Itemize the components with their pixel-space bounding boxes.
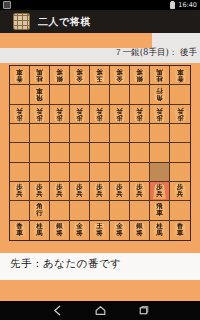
shogi-piece[interactable]: 桂馬 [152,222,167,238]
shogi-board[interactable]: 香車桂馬銀将金将玉将金将銀将桂馬香車飛車角行歩兵歩兵歩兵歩兵歩兵歩兵歩兵歩兵歩兵… [9,65,191,241]
board-square[interactable] [170,124,190,143]
notification-icon [3,1,11,9]
piece-label: 香車 [16,223,23,238]
board-square[interactable]: 歩兵 [170,182,190,201]
shogi-piece[interactable]: 歩兵 [92,106,107,122]
piece-label: 歩兵 [76,184,83,199]
shogi-piece[interactable]: 銀将 [132,67,147,83]
piece-label: 歩兵 [136,184,143,199]
board-square[interactable] [90,143,110,162]
board-square[interactable] [10,163,30,182]
board-square[interactable] [170,143,190,162]
shogi-piece[interactable]: 玉将 [92,67,107,83]
board-square[interactable]: 歩兵 [130,105,150,124]
board-square[interactable] [130,85,150,104]
board-square[interactable]: 金将 [70,66,90,85]
shogi-piece[interactable]: 歩兵 [112,106,127,122]
piece-label: 角行 [156,87,163,102]
board-square[interactable] [130,163,150,182]
piece-label: 歩兵 [16,184,23,199]
board-square[interactable]: 桂馬 [30,221,50,240]
recents-icon[interactable] [137,304,150,317]
piece-label: 歩兵 [116,184,123,199]
board-square[interactable] [150,124,170,143]
board-square[interactable]: 歩兵 [30,182,50,201]
board-square[interactable]: 飛車 [150,201,170,220]
board-square[interactable]: 歩兵 [90,105,110,124]
piece-label: 飛車 [36,87,43,102]
board-square[interactable] [150,163,170,182]
shogi-piece[interactable]: 歩兵 [12,183,27,199]
board-square[interactable]: 歩兵 [30,105,50,124]
piece-label: 玉将 [96,68,103,83]
shogi-piece[interactable]: 香車 [173,67,188,83]
board-square[interactable]: 玉将 [90,66,110,85]
board-square[interactable] [90,85,110,104]
shogi-piece[interactable]: 銀将 [52,67,67,83]
board-square[interactable]: 飛車 [30,85,50,104]
board-square[interactable] [50,143,70,162]
status-bar: 16:40 [0,0,200,10]
turn-status-text: 先手：あなたの番です [10,257,121,271]
board-square[interactable]: 桂馬 [150,221,170,240]
piece-label: 香車 [177,68,184,83]
board-square[interactable] [130,143,150,162]
home-icon[interactable] [94,304,107,317]
shogi-piece[interactable]: 歩兵 [152,183,167,199]
board-square[interactable] [10,124,30,143]
board-square[interactable]: 香車 [170,221,190,240]
board-square[interactable]: 歩兵 [50,105,70,124]
board-square[interactable]: 銀将 [130,221,150,240]
board-square[interactable] [70,85,90,104]
shogi-piece[interactable]: 歩兵 [92,183,107,199]
board-square[interactable] [170,85,190,104]
board-square[interactable] [50,201,70,220]
board-square[interactable]: 歩兵 [70,182,90,201]
board-square[interactable] [70,143,90,162]
board-square[interactable]: 香車 [170,66,190,85]
board-square[interactable] [10,201,30,220]
piece-label: 歩兵 [116,107,123,122]
navigation-bar [0,301,200,320]
board-square[interactable]: 角行 [150,85,170,104]
piece-label: 桂馬 [36,223,43,238]
shogi-piece[interactable]: 銀将 [52,222,67,238]
board-square[interactable]: 歩兵 [130,182,150,201]
board-square[interactable] [170,163,190,182]
board-square[interactable]: 歩兵 [70,105,90,124]
board-square[interactable] [10,85,30,104]
board-square[interactable]: 金将 [70,221,90,240]
shogi-piece[interactable]: 金将 [72,222,87,238]
piece-label: 桂馬 [36,68,43,83]
piece-label: 歩兵 [36,184,43,199]
board-square[interactable] [110,201,130,220]
piece-label: 歩兵 [156,107,163,122]
board-square[interactable]: 歩兵 [50,182,70,201]
piece-label: 王将 [96,223,103,238]
board-square[interactable]: 桂馬 [30,66,50,85]
app-icon [13,13,30,30]
shogi-piece[interactable]: 歩兵 [132,183,147,199]
board-square[interactable] [90,163,110,182]
shogi-piece[interactable]: 歩兵 [173,106,188,122]
board-square[interactable] [130,124,150,143]
app-title: 二人で将棋 [38,15,91,29]
board-square[interactable] [170,201,190,220]
board-square[interactable] [70,124,90,143]
back-icon[interactable] [51,304,64,317]
piece-label: 桂馬 [156,223,163,238]
banner-placeholder [0,33,152,48]
shogi-piece[interactable]: 桂馬 [152,67,167,83]
piece-label: 歩兵 [76,107,83,122]
board-square[interactable] [30,143,50,162]
piece-label: 銀将 [136,68,143,83]
shogi-piece[interactable]: 歩兵 [52,183,67,199]
piece-label: 歩兵 [56,184,63,199]
board-square[interactable]: 歩兵 [90,182,110,201]
board-square[interactable]: 香車 [10,221,30,240]
shogi-piece[interactable]: 桂馬 [32,222,47,238]
board-square[interactable] [30,124,50,143]
board-square[interactable]: 歩兵 [10,105,30,124]
piece-label: 銀将 [56,223,63,238]
piece-label: 歩兵 [16,107,23,122]
board-square[interactable]: 歩兵 [110,182,130,201]
piece-label: 桂馬 [156,68,163,83]
piece-label: 銀将 [136,223,143,238]
shogi-piece[interactable]: 飛車 [152,202,167,218]
board-square[interactable]: 銀将 [50,66,70,85]
board-square[interactable] [10,143,30,162]
shogi-piece[interactable]: 歩兵 [72,183,87,199]
clock: 16:40 [178,0,197,10]
board-panel: 香車桂馬銀将金将玉将金将銀将桂馬香車飛車角行歩兵歩兵歩兵歩兵歩兵歩兵歩兵歩兵歩兵… [0,63,200,253]
shogi-piece[interactable]: 香車 [12,222,27,238]
board-square[interactable] [70,163,90,182]
last-move-text: ７一銀(8手目)： 後手 [114,47,197,59]
shogi-piece[interactable]: 歩兵 [132,106,147,122]
board-square[interactable]: 銀将 [130,66,150,85]
board-square[interactable] [110,85,130,104]
shogi-piece[interactable]: 銀将 [132,222,147,238]
board-square[interactable]: 歩兵 [110,105,130,124]
board-square[interactable]: 歩兵 [150,182,170,201]
piece-label: 香車 [177,223,184,238]
piece-label: 金将 [116,68,123,83]
piece-label: 歩兵 [36,107,43,122]
piece-label: 香車 [16,68,23,83]
piece-label: 歩兵 [56,107,63,122]
board-square[interactable]: 金将 [110,221,130,240]
board-square[interactable]: 歩兵 [150,105,170,124]
board-square[interactable] [150,143,170,162]
shogi-piece[interactable]: 歩兵 [32,106,47,122]
shogi-piece[interactable]: 歩兵 [152,106,167,122]
board-square[interactable]: 王将 [90,221,110,240]
piece-label: 歩兵 [96,184,103,199]
piece-label: 金将 [76,68,83,83]
board-square[interactable] [110,124,130,143]
shogi-piece[interactable]: 桂馬 [32,67,47,83]
board-square[interactable] [110,163,130,182]
shogi-piece[interactable]: 歩兵 [52,106,67,122]
piece-label: 歩兵 [177,184,184,199]
board-square[interactable] [50,163,70,182]
shogi-piece[interactable]: 歩兵 [173,183,188,199]
board-square[interactable]: 角行 [30,201,50,220]
board-square[interactable] [70,201,90,220]
board-square[interactable]: 桂馬 [150,66,170,85]
shogi-piece[interactable]: 歩兵 [72,106,87,122]
piece-label: 銀将 [56,68,63,83]
title-bar: 二人で将棋 [0,10,200,33]
board-square[interactable] [110,143,130,162]
shogi-piece[interactable]: 歩兵 [32,183,47,199]
shogi-piece[interactable]: 金将 [112,222,127,238]
board-square[interactable]: 歩兵 [10,182,30,201]
piece-label: 歩兵 [96,107,103,122]
board-square[interactable] [50,85,70,104]
board-square[interactable]: 香車 [10,66,30,85]
shogi-piece[interactable]: 歩兵 [12,106,27,122]
shogi-piece[interactable]: 香車 [173,222,188,238]
piece-label: 金将 [116,223,123,238]
piece-label: 飛車 [156,203,163,218]
shogi-piece[interactable]: 王将 [92,222,107,238]
shogi-piece[interactable]: 角行 [152,86,167,102]
piece-label: 歩兵 [177,107,184,122]
board-square[interactable]: 銀将 [50,221,70,240]
piece-label: 角行 [36,203,43,218]
board-square[interactable] [50,124,70,143]
shogi-piece[interactable]: 歩兵 [112,183,127,199]
battery-icon [170,2,175,9]
board-square[interactable] [30,163,50,182]
board-square[interactable] [130,201,150,220]
piece-label: 歩兵 [156,184,163,199]
board-square[interactable]: 歩兵 [170,105,190,124]
board-square[interactable] [90,124,110,143]
shogi-piece[interactable]: 香車 [12,67,27,83]
piece-label: 歩兵 [136,107,143,122]
board-square[interactable]: 金将 [110,66,130,85]
shogi-piece[interactable]: 飛車 [32,86,47,102]
piece-label: 金将 [76,223,83,238]
bottom-band: 最初から [0,280,200,301]
shogi-piece[interactable]: 金将 [112,67,127,83]
shogi-piece[interactable]: 角行 [32,202,47,218]
board-square[interactable] [90,201,110,220]
shogi-piece[interactable]: 金将 [72,67,87,83]
